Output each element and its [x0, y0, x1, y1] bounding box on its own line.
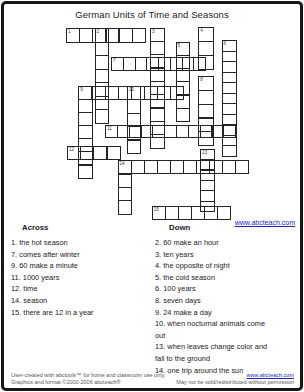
- down-clues-section: Down 2. 60 make an hour3. ten years4. th…: [155, 224, 293, 376]
- down-clue-5: 5. the cold season: [155, 272, 293, 284]
- cell-number-2: 2: [97, 29, 100, 34]
- across-clue-12: 12. time: [11, 283, 153, 295]
- cell-number-3: 3: [152, 29, 155, 34]
- word-12-across: 12: [67, 146, 121, 160]
- cell-14-down-3[interactable]: [118, 200, 132, 215]
- cell-3-down-0[interactable]: 3: [150, 28, 165, 43]
- word-14-down: [118, 160, 132, 215]
- down-clue-3: 3. ten years: [155, 249, 293, 261]
- cell-12-across-3[interactable]: [106, 146, 120, 160]
- footer-credit-line2: Graphics and format ©2000-2006 abcteach®: [11, 379, 191, 385]
- word-13-down: 13: [200, 149, 215, 213]
- across-clue-9: 9. 60 make a minute: [11, 260, 153, 272]
- word-14-across: 14: [118, 160, 249, 174]
- across-clue-7: 7. comes after winter: [11, 249, 153, 261]
- word-7-across: 7: [111, 57, 206, 71]
- cell-14-down-1[interactable]: [118, 173, 132, 188]
- cell-number-13: 13: [202, 150, 207, 155]
- cell-number-5: 5: [178, 43, 181, 48]
- down-clue-2: 2. 60 make an hour: [155, 237, 293, 249]
- word-5-down: 5: [176, 42, 191, 122]
- footer-credit-line1: User-created with abctools™ for home and…: [11, 372, 191, 378]
- footer-rights: www.abcteach.com May not be sold/redistr…: [176, 372, 294, 385]
- cell-number-10: 10: [129, 87, 134, 92]
- cell-9-across-7[interactable]: [170, 86, 184, 100]
- down-clue-4: 4. the opposite of night: [155, 260, 293, 272]
- cell-14-across-9[interactable]: [235, 160, 249, 174]
- cell-2-down-0[interactable]: 2: [95, 28, 109, 43]
- cell-7-across-7[interactable]: [193, 57, 206, 71]
- across-clue-list: 1. the hot season7. comes after winter9.…: [11, 237, 153, 318]
- cell-4-down-1[interactable]: [198, 41, 214, 56]
- cell-2-down-3[interactable]: [95, 69, 109, 84]
- down-header: Down: [155, 224, 293, 232]
- cell-8-down-2[interactable]: [198, 104, 214, 119]
- cell-10-down-0[interactable]: 10: [127, 86, 141, 101]
- down-clue-10: 10. when nocturnal animals come out: [155, 318, 293, 341]
- across-clues-section: Across 1. the hot season7. comes after w…: [11, 224, 153, 318]
- cell-1-across-5[interactable]: [132, 28, 146, 43]
- down-clue-8: 8. seven days: [155, 295, 293, 307]
- worksheet-page: German Units of Time and Seasons 1234567…: [0, 0, 304, 392]
- cell-6-down-10[interactable]: [222, 145, 237, 157]
- cell-2-down-6[interactable]: [95, 109, 109, 124]
- cell-8-down-0[interactable]: 8: [198, 76, 214, 91]
- footer-credits: User-created with abctools™ for home and…: [11, 372, 191, 385]
- cell-14-down-2[interactable]: [118, 187, 132, 202]
- cell-10-down-1[interactable]: [127, 99, 141, 114]
- across-clue-11: 11. 1000 years: [11, 272, 153, 284]
- down-clue-9: 9. 24 make a day: [155, 307, 293, 319]
- cell-number-11: 11: [107, 126, 112, 131]
- cell-9-down-6[interactable]: [78, 164, 92, 178]
- footer-permission-line: May not be sold/redistributed without pe…: [176, 379, 294, 385]
- cell-number-7: 7: [113, 58, 116, 63]
- across-clue-15: 15. there are 12 in a year: [11, 307, 153, 319]
- cell-8-down-1[interactable]: [198, 90, 214, 105]
- cell-3-down-6[interactable]: [150, 107, 165, 122]
- word-6-down: 6: [222, 40, 237, 157]
- cell-number-1: 1: [68, 29, 71, 34]
- cell-11-across-10[interactable]: [223, 125, 236, 138]
- word-9-down: [78, 86, 92, 179]
- cell-number-4: 4: [200, 28, 203, 33]
- cell-number-12: 12: [69, 147, 74, 152]
- across-clue-1: 1. the hot season: [11, 237, 153, 249]
- cell-14-down-0[interactable]: [118, 160, 132, 175]
- word-2-down: 2: [95, 28, 109, 124]
- down-clue-list: 2. 60 make an hour3. ten years4. the opp…: [155, 237, 293, 376]
- cell-5-down-5[interactable]: [176, 108, 191, 122]
- cell-number-8: 8: [200, 77, 203, 82]
- across-header: Across: [11, 224, 153, 232]
- cell-4-down-0[interactable]: 4: [198, 27, 214, 42]
- cell-number-15: 15: [154, 207, 159, 212]
- down-clue-13: 13. when leaves change color and fall to…: [155, 341, 293, 364]
- down-clue-6: 6. 100 years: [155, 283, 293, 295]
- across-clue-14: 14. season: [11, 295, 153, 307]
- word-11-across: 11: [105, 125, 236, 138]
- cell-number-6: 6: [224, 41, 227, 46]
- word-15-across: 15: [152, 206, 231, 220]
- cell-2-down-1[interactable]: [95, 42, 109, 57]
- cell-2-down-2[interactable]: [95, 55, 109, 70]
- word-10-down: 10: [127, 86, 141, 154]
- cell-15-across-5[interactable]: [217, 206, 231, 220]
- cell-3-down-1[interactable]: [150, 41, 165, 56]
- cell-10-down-4[interactable]: [127, 139, 141, 154]
